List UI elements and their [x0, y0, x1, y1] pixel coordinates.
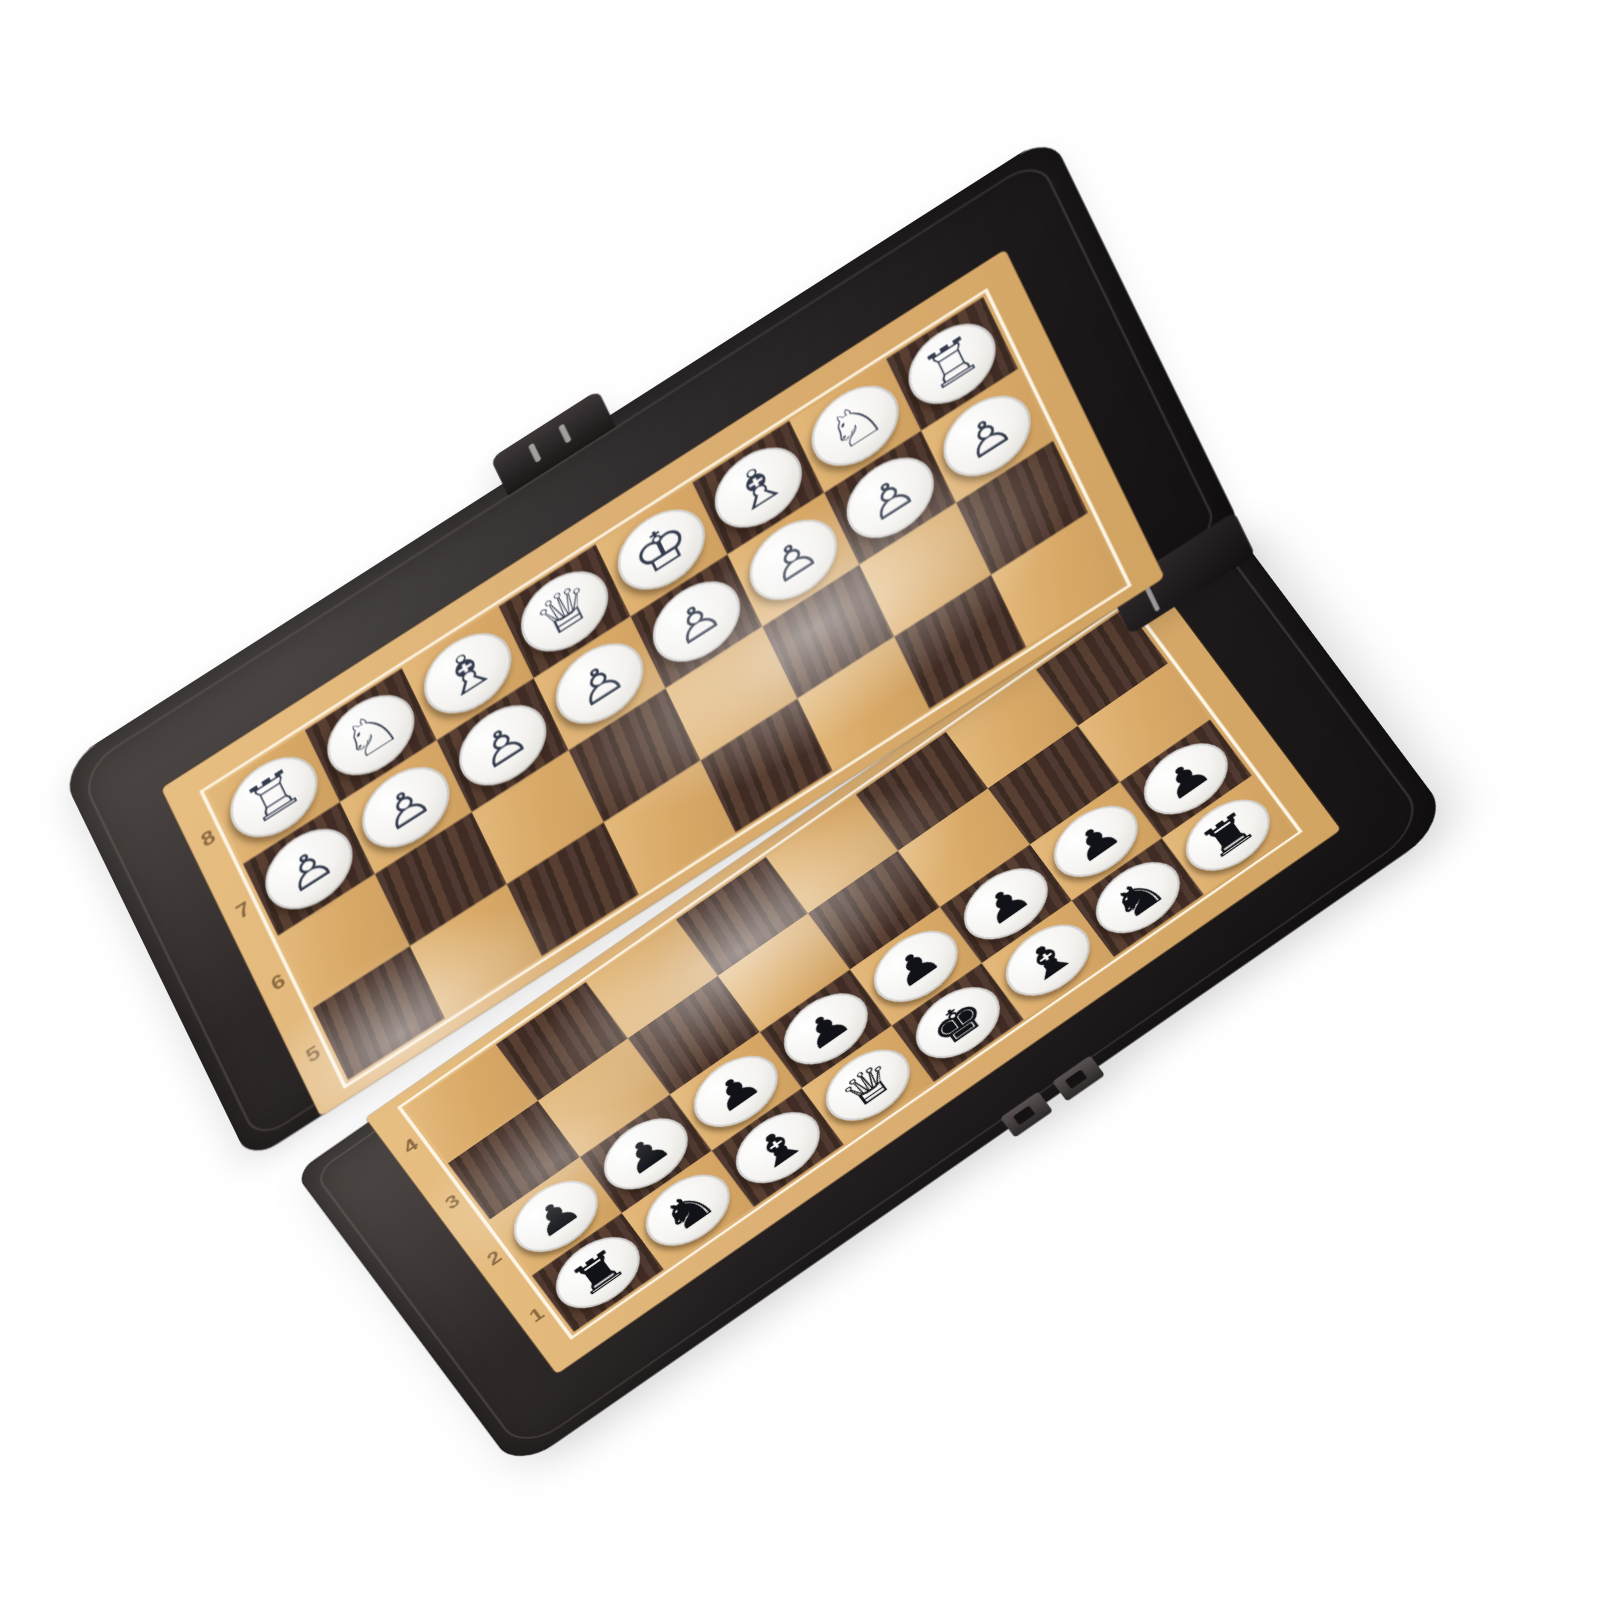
rank-label-2: 2 [484, 1248, 506, 1270]
rank-label-8: 8 [198, 826, 219, 852]
rank-label-7: 7 [233, 898, 254, 924]
rank-label-1: 1 [526, 1304, 548, 1326]
pocket-chess-set-photo: ♟♟♟♟♟♟♟♟♜♞♝♕♚♝♞♜ 4321 ♖♘♗♕♔♗♘♖♙♙♙♙♙♙♙♙ 8… [0, 0, 1600, 1600]
rank-label-5: 5 [303, 1042, 324, 1068]
latch-slit-2 [558, 423, 572, 443]
latch-slit-1 [528, 443, 542, 463]
rank-label-3: 3 [442, 1191, 464, 1213]
rank-label-6: 6 [268, 970, 289, 996]
